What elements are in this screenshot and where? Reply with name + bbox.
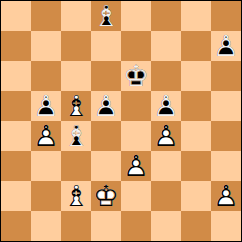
piece-white-pawn: ♟♙ xyxy=(121,151,151,181)
square-d3[interactable] xyxy=(91,151,121,181)
square-d7[interactable] xyxy=(91,31,121,61)
square-b6[interactable] xyxy=(31,61,61,91)
square-h8[interactable] xyxy=(211,1,241,31)
square-b3[interactable] xyxy=(31,151,61,181)
square-c5[interactable]: ♝♗ xyxy=(61,91,91,121)
piece-white-pawn: ♟♙ xyxy=(31,121,61,151)
square-e8[interactable] xyxy=(121,1,151,31)
piece-black-bishop: ♝♗ xyxy=(91,1,121,31)
square-g6[interactable] xyxy=(181,61,211,91)
square-d8[interactable]: ♝♗ xyxy=(91,1,121,31)
square-h7[interactable]: ♟♙ xyxy=(211,31,241,61)
square-f8[interactable] xyxy=(151,1,181,31)
square-a1[interactable] xyxy=(1,211,31,241)
square-f7[interactable] xyxy=(151,31,181,61)
square-d5[interactable]: ♟♙ xyxy=(91,91,121,121)
square-c2[interactable]: ♝♗ xyxy=(61,181,91,211)
square-h5[interactable] xyxy=(211,91,241,121)
piece-white-pawn: ♟♙ xyxy=(211,181,241,211)
piece-black-pawn: ♟♙ xyxy=(31,91,61,121)
square-a8[interactable] xyxy=(1,1,31,31)
square-c4[interactable]: ♝♗ xyxy=(61,121,91,151)
piece-black-pawn: ♟♙ xyxy=(91,91,121,121)
piece-white-pawn: ♟♙ xyxy=(151,121,181,151)
square-f5[interactable]: ♟♙ xyxy=(151,91,181,121)
square-b5[interactable]: ♟♙ xyxy=(31,91,61,121)
square-a4[interactable] xyxy=(1,121,31,151)
square-g3[interactable] xyxy=(181,151,211,181)
square-a7[interactable] xyxy=(1,31,31,61)
square-b8[interactable] xyxy=(31,1,61,31)
square-a2[interactable] xyxy=(1,181,31,211)
piece-white-king: ♚♔ xyxy=(91,181,121,211)
square-h2[interactable]: ♟♙ xyxy=(211,181,241,211)
piece-black-pawn: ♟♙ xyxy=(151,91,181,121)
square-h3[interactable] xyxy=(211,151,241,181)
piece-black-king: ♚♔ xyxy=(121,61,151,91)
square-g4[interactable] xyxy=(181,121,211,151)
square-g5[interactable] xyxy=(181,91,211,121)
square-h6[interactable] xyxy=(211,61,241,91)
square-b4[interactable]: ♟♙ xyxy=(31,121,61,151)
square-c3[interactable] xyxy=(61,151,91,181)
piece-white-bishop: ♝♗ xyxy=(61,91,91,121)
square-d4[interactable] xyxy=(91,121,121,151)
piece-white-bishop: ♝♗ xyxy=(61,181,91,211)
square-e4[interactable] xyxy=(121,121,151,151)
square-e6[interactable]: ♚♔ xyxy=(121,61,151,91)
square-h4[interactable] xyxy=(211,121,241,151)
square-d1[interactable] xyxy=(91,211,121,241)
chess-board-frame: ♝♗♟♙♚♔♟♙♝♗♟♙♟♙♟♙♝♗♟♙♟♙♝♗♚♔♟♙ xyxy=(0,0,242,242)
square-e3[interactable]: ♟♙ xyxy=(121,151,151,181)
square-d2[interactable]: ♚♔ xyxy=(91,181,121,211)
piece-black-bishop: ♝♗ xyxy=(61,121,91,151)
square-e1[interactable] xyxy=(121,211,151,241)
square-g7[interactable] xyxy=(181,31,211,61)
square-d6[interactable] xyxy=(91,61,121,91)
square-f6[interactable] xyxy=(151,61,181,91)
square-c7[interactable] xyxy=(61,31,91,61)
square-b7[interactable] xyxy=(31,31,61,61)
square-c6[interactable] xyxy=(61,61,91,91)
piece-black-pawn: ♟♙ xyxy=(211,31,241,61)
chess-board: ♝♗♟♙♚♔♟♙♝♗♟♙♟♙♟♙♝♗♟♙♟♙♝♗♚♔♟♙ xyxy=(1,1,241,241)
square-f3[interactable] xyxy=(151,151,181,181)
square-a3[interactable] xyxy=(1,151,31,181)
square-g1[interactable] xyxy=(181,211,211,241)
square-g2[interactable] xyxy=(181,181,211,211)
square-e7[interactable] xyxy=(121,31,151,61)
square-f1[interactable] xyxy=(151,211,181,241)
square-a5[interactable] xyxy=(1,91,31,121)
square-a6[interactable] xyxy=(1,61,31,91)
square-f4[interactable]: ♟♙ xyxy=(151,121,181,151)
square-b2[interactable] xyxy=(31,181,61,211)
square-c1[interactable] xyxy=(61,211,91,241)
square-e5[interactable] xyxy=(121,91,151,121)
square-c8[interactable] xyxy=(61,1,91,31)
square-f2[interactable] xyxy=(151,181,181,211)
square-h1[interactable] xyxy=(211,211,241,241)
square-g8[interactable] xyxy=(181,1,211,31)
square-e2[interactable] xyxy=(121,181,151,211)
square-b1[interactable] xyxy=(31,211,61,241)
